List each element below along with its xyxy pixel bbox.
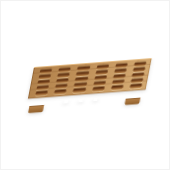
product-photo xyxy=(0,0,170,170)
lattice-hole xyxy=(75,77,88,82)
lattice-hole xyxy=(54,90,67,95)
lattice-hole xyxy=(93,81,106,86)
lattice-hole xyxy=(35,91,48,96)
lattice-hole xyxy=(73,88,86,93)
rail-notch xyxy=(79,99,83,102)
lattice-hole xyxy=(55,84,68,89)
lattice-hole xyxy=(92,87,105,92)
lattice-hole xyxy=(114,69,127,74)
lattice-hole xyxy=(131,78,144,83)
lattice-hole xyxy=(96,65,109,70)
rail-notch xyxy=(93,98,97,101)
lattice-hole xyxy=(76,72,89,77)
lattice-hole xyxy=(39,69,52,74)
rail-notch xyxy=(64,100,68,103)
lattice-hole xyxy=(58,68,71,73)
lattice-hole xyxy=(74,83,87,88)
lattice-hole xyxy=(38,75,51,80)
lattice-hole xyxy=(129,84,142,89)
lattice-hole xyxy=(95,70,108,75)
lattice-hole xyxy=(115,63,128,68)
left-foot xyxy=(28,105,44,113)
lattice-board xyxy=(25,58,152,114)
lattice-hole xyxy=(133,67,146,72)
lattice-hole xyxy=(57,73,70,78)
lattice-hole xyxy=(94,76,107,81)
lattice-hole xyxy=(134,62,147,67)
lattice-hole xyxy=(77,66,90,71)
lattice-hole xyxy=(37,80,50,85)
right-foot xyxy=(124,98,140,106)
lattice-hole xyxy=(132,73,145,78)
lattice-hole xyxy=(112,80,125,85)
lattice-hole xyxy=(56,79,69,84)
lattice-hole xyxy=(111,85,124,90)
lattice-hole xyxy=(36,86,49,91)
lattice-hole xyxy=(113,74,126,79)
